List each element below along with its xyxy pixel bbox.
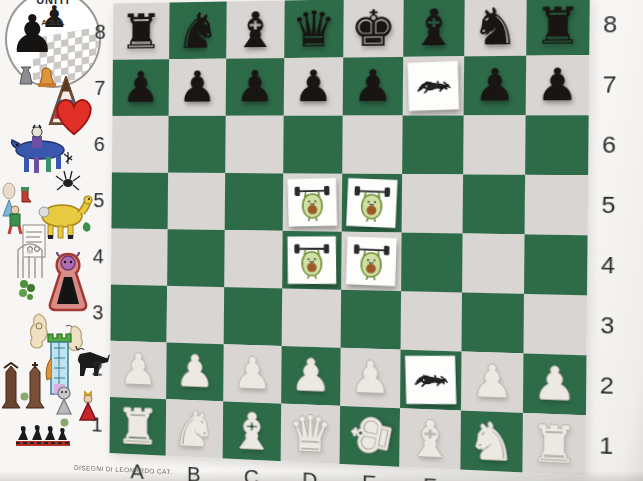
white-bishop[interactable]: ♝ bbox=[223, 401, 281, 461]
square-e7[interactable]: ♟ bbox=[343, 57, 403, 116]
black-pawn[interactable]: ♟ bbox=[464, 56, 527, 116]
white-pawn[interactable]: ♟ bbox=[523, 353, 587, 415]
square-h7[interactable]: ♟ bbox=[526, 55, 590, 115]
doodle-brown-queen-king bbox=[2, 362, 48, 414]
square-d7[interactable]: ♟ bbox=[284, 58, 344, 116]
rank-label-left-8: 8 bbox=[87, 4, 113, 60]
square-e6[interactable] bbox=[342, 115, 402, 174]
rank-label-right-2: 2 bbox=[586, 355, 628, 417]
doodle-green-dot-2 bbox=[60, 418, 69, 427]
square-f5[interactable] bbox=[402, 174, 463, 233]
square-f2[interactable] bbox=[400, 350, 461, 411]
white-pawn[interactable]: ♟ bbox=[166, 342, 224, 401]
white-queen[interactable]: ♛ bbox=[281, 404, 340, 464]
doodle-keyhole-figure bbox=[46, 252, 90, 314]
square-g7[interactable]: ♟ bbox=[464, 56, 527, 116]
square-a7[interactable]: ♟ bbox=[112, 59, 169, 116]
square-b5[interactable] bbox=[168, 173, 226, 230]
square-b6[interactable] bbox=[168, 116, 226, 173]
square-e1[interactable]: ♚ bbox=[340, 406, 400, 467]
square-f8[interactable]: ♝ bbox=[403, 0, 465, 57]
square-f1[interactable]: ♝ bbox=[399, 408, 460, 469]
black-pawn[interactable]: ♟ bbox=[284, 58, 344, 116]
doodle-green-dot-1 bbox=[20, 392, 29, 401]
square-h3[interactable] bbox=[523, 294, 587, 355]
black-knight[interactable]: ♞ bbox=[464, 0, 527, 56]
black-pawn[interactable]: ♟ bbox=[169, 59, 227, 116]
black-rook[interactable]: ♜ bbox=[113, 3, 170, 60]
square-f6[interactable] bbox=[402, 115, 464, 174]
square-b1[interactable]: ♞ bbox=[166, 399, 224, 458]
square-b7[interactable]: ♟ bbox=[169, 59, 227, 116]
square-b2[interactable]: ♟ bbox=[166, 342, 224, 401]
white-king[interactable]: ♚ bbox=[336, 401, 406, 471]
rank-label-right-3: 3 bbox=[586, 295, 628, 356]
rank-label-right-8: 8 bbox=[589, 0, 631, 55]
square-g3[interactable] bbox=[461, 292, 524, 353]
file-label-H: H bbox=[522, 475, 585, 481]
black-pawn[interactable]: ♟ bbox=[226, 58, 285, 116]
black-rook[interactable]: ♜ bbox=[526, 0, 590, 56]
doodle-boot bbox=[18, 186, 32, 206]
white-rook[interactable]: ♜ bbox=[522, 413, 586, 475]
logo-pawn-icon: ♟ bbox=[9, 8, 56, 60]
white-knight[interactable]: ♞ bbox=[166, 399, 224, 458]
black-pawn[interactable]: ♟ bbox=[343, 57, 403, 116]
square-b3[interactable] bbox=[167, 286, 225, 344]
square-g6[interactable] bbox=[463, 115, 526, 175]
square-g2[interactable]: ♟ bbox=[461, 352, 524, 413]
rank-labels-left: 87654321 bbox=[84, 4, 114, 454]
rank-label-left-2: 2 bbox=[84, 340, 110, 397]
square-a2[interactable]: ♟ bbox=[110, 341, 167, 399]
square-d5[interactable] bbox=[283, 173, 342, 231]
square-a3[interactable] bbox=[110, 285, 167, 343]
square-d2[interactable]: ♟ bbox=[281, 346, 340, 406]
file-label-C: C bbox=[222, 460, 280, 481]
board-tilt-wrap: 87654321 ♜♞♝♛♚♝♞♜♟♟♟♟♟♟♟♟♟♟♟♟♟♟♜♞♝♛♚♝♞♜ … bbox=[83, 0, 643, 481]
square-h2[interactable]: ♟ bbox=[523, 353, 587, 415]
rank-label-left-4: 4 bbox=[85, 228, 111, 285]
card-avocado-weightlifter[interactable] bbox=[287, 236, 336, 284]
logo-club-name: UNITI bbox=[7, 0, 99, 6]
rank-label-left-3: 3 bbox=[85, 284, 111, 341]
black-bishop[interactable]: ♝ bbox=[226, 0, 285, 58]
doodle-ghost-sketch bbox=[14, 238, 46, 280]
file-label-F: F bbox=[399, 469, 460, 481]
square-h1[interactable]: ♜ bbox=[522, 413, 586, 475]
rank-label-right-4: 4 bbox=[587, 235, 629, 296]
square-c3[interactable] bbox=[224, 287, 283, 346]
square-c8[interactable]: ♝ bbox=[226, 0, 285, 58]
rank-label-left-1: 1 bbox=[84, 396, 110, 453]
logo-asd-text: A.S.D. bbox=[7, 18, 99, 27]
rank-label-left-7: 7 bbox=[87, 60, 113, 116]
file-label-G: G bbox=[460, 472, 522, 481]
square-a1[interactable]: ♜ bbox=[109, 397, 166, 456]
white-knight[interactable]: ♞ bbox=[460, 411, 522, 473]
square-c6[interactable] bbox=[225, 116, 284, 174]
square-c4[interactable] bbox=[224, 230, 283, 288]
file-label-D: D bbox=[280, 463, 339, 481]
rank-label-left-6: 6 bbox=[86, 116, 112, 172]
black-king[interactable]: ♚ bbox=[343, 0, 404, 58]
rank-label-right-7: 7 bbox=[589, 55, 631, 115]
square-d6[interactable] bbox=[283, 116, 342, 174]
white-pawn[interactable]: ♟ bbox=[223, 344, 281, 403]
black-bishop[interactable]: ♝ bbox=[403, 0, 465, 57]
card-scribble[interactable] bbox=[408, 61, 459, 111]
black-knight[interactable]: ♞ bbox=[169, 1, 227, 59]
white-bishop[interactable]: ♝ bbox=[399, 408, 460, 469]
square-a4[interactable] bbox=[111, 228, 168, 285]
square-g1[interactable]: ♞ bbox=[460, 411, 522, 473]
square-c5[interactable] bbox=[225, 173, 284, 231]
white-pawn[interactable]: ♟ bbox=[110, 341, 167, 399]
white-rook[interactable]: ♜ bbox=[109, 397, 166, 456]
white-pawn[interactable]: ♟ bbox=[461, 352, 524, 413]
square-e3[interactable] bbox=[341, 290, 401, 350]
chess-board: ♜♞♝♛♚♝♞♜♟♟♟♟♟♟♟♟♟♟♟♟♟♟♜♞♝♛♚♝♞♜ bbox=[109, 0, 589, 475]
square-e4[interactable] bbox=[341, 232, 401, 291]
square-d1[interactable]: ♛ bbox=[281, 404, 340, 464]
square-f4[interactable] bbox=[401, 233, 462, 293]
white-pawn[interactable]: ♟ bbox=[340, 348, 400, 408]
rank-label-right-5: 5 bbox=[588, 175, 630, 236]
square-d3[interactable] bbox=[282, 288, 341, 347]
square-c7[interactable]: ♟ bbox=[226, 58, 285, 116]
square-a8[interactable]: ♜ bbox=[113, 3, 170, 60]
rank-labels-right: 87654321 bbox=[585, 0, 631, 477]
black-pawn[interactable]: ♟ bbox=[112, 59, 169, 116]
square-f7[interactable] bbox=[403, 56, 465, 115]
card-avocado-weightlifter[interactable] bbox=[346, 236, 397, 286]
square-g4[interactable] bbox=[462, 233, 525, 293]
rank-label-left-5: 5 bbox=[86, 172, 112, 228]
square-d4[interactable] bbox=[282, 231, 341, 290]
square-e8[interactable]: ♚ bbox=[343, 0, 404, 58]
file-label-B: B bbox=[165, 458, 222, 481]
square-e5[interactable] bbox=[342, 174, 402, 233]
square-b4[interactable] bbox=[167, 229, 225, 287]
square-d8[interactable]: ♛ bbox=[284, 0, 344, 58]
square-a5[interactable] bbox=[111, 172, 168, 229]
square-g8[interactable]: ♞ bbox=[464, 0, 527, 56]
doodle-spider bbox=[54, 168, 82, 196]
card-avocado-weightlifter[interactable] bbox=[346, 178, 397, 228]
square-c2[interactable]: ♟ bbox=[223, 344, 281, 403]
square-g5[interactable] bbox=[463, 174, 526, 234]
square-h8[interactable]: ♜ bbox=[526, 0, 590, 56]
rank-label-right-6: 6 bbox=[588, 115, 630, 175]
file-label-E: E bbox=[339, 466, 399, 481]
doodle-gray-pawn bbox=[54, 386, 74, 416]
rank-label-right-1: 1 bbox=[585, 415, 627, 477]
square-a6[interactable] bbox=[112, 116, 169, 173]
square-e2[interactable]: ♟ bbox=[340, 348, 400, 408]
doodle-cactus bbox=[16, 276, 38, 302]
black-queen[interactable]: ♛ bbox=[284, 0, 344, 58]
card-avocado-weightlifter[interactable] bbox=[288, 178, 338, 227]
square-c1[interactable]: ♝ bbox=[223, 401, 281, 461]
photo-scene: ♟ ♟ UNITI A.S.D. bbox=[0, 0, 643, 481]
square-f3[interactable] bbox=[401, 291, 462, 351]
square-h4[interactable] bbox=[524, 234, 588, 295]
white-pawn[interactable]: ♟ bbox=[281, 346, 340, 406]
card-scribble[interactable] bbox=[405, 356, 456, 404]
black-pawn[interactable]: ♟ bbox=[526, 55, 590, 115]
square-b8[interactable]: ♞ bbox=[169, 1, 227, 59]
square-h6[interactable] bbox=[525, 115, 589, 175]
square-h5[interactable] bbox=[525, 175, 589, 235]
